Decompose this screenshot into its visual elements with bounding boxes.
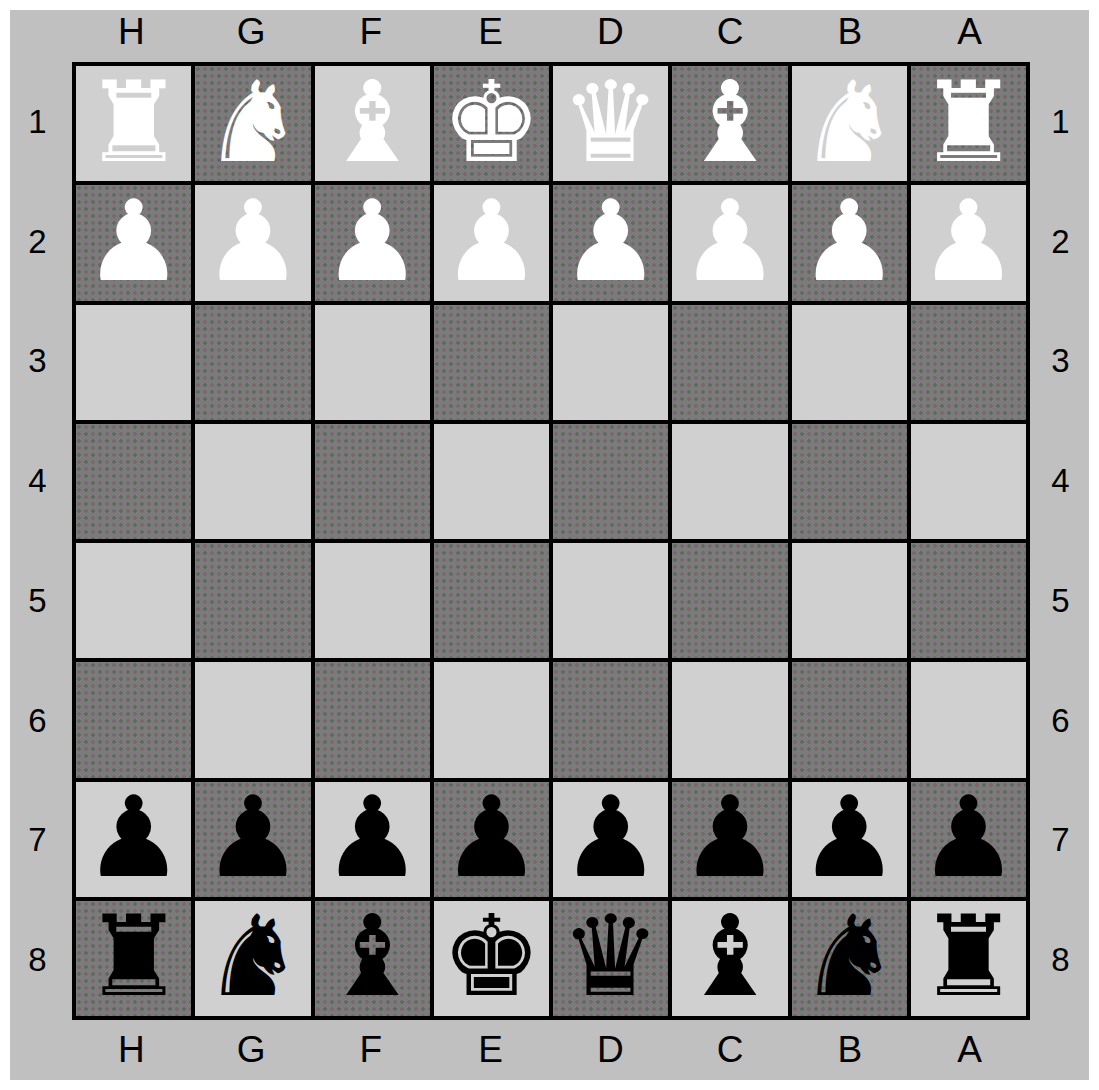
black-bishop: ♝ xyxy=(322,901,422,1013)
black-pawn: ♟ xyxy=(322,782,422,894)
square-b6[interactable] xyxy=(792,662,907,777)
square-f7[interactable]: ♟ xyxy=(315,782,430,897)
square-a4[interactable] xyxy=(911,424,1026,539)
square-f5[interactable] xyxy=(315,543,430,658)
white-pawn: ♟ xyxy=(441,185,541,297)
file-label-d: D xyxy=(551,1024,671,1076)
rank-label-5: 5 xyxy=(8,541,68,661)
white-bishop: ♝ xyxy=(680,66,780,178)
file-label-b: B xyxy=(791,6,911,58)
black-pawn: ♟ xyxy=(441,782,541,894)
white-queen: ♛ xyxy=(560,66,660,178)
file-label-h: H xyxy=(72,1024,192,1076)
square-g8[interactable]: ♞ xyxy=(195,901,310,1016)
rank-label-6: 6 xyxy=(1031,661,1091,781)
square-f6[interactable] xyxy=(315,662,430,777)
square-h2[interactable]: ♟ xyxy=(76,185,191,300)
square-f1[interactable]: ♝ xyxy=(315,66,430,181)
black-pawn: ♟ xyxy=(918,782,1018,894)
square-a3[interactable] xyxy=(911,305,1026,420)
white-rook: ♜ xyxy=(83,66,183,178)
square-d2[interactable]: ♟ xyxy=(553,185,668,300)
square-e5[interactable] xyxy=(434,543,549,658)
square-b1[interactable]: ♞ xyxy=(792,66,907,181)
rank-label-3: 3 xyxy=(1031,302,1091,422)
square-d7[interactable]: ♟ xyxy=(553,782,668,897)
square-h5[interactable] xyxy=(76,543,191,658)
square-h1[interactable]: ♜ xyxy=(76,66,191,181)
file-label-c: C xyxy=(671,1024,791,1076)
white-king: ♚ xyxy=(441,66,541,178)
black-bishop: ♝ xyxy=(680,901,780,1013)
black-pawn: ♟ xyxy=(799,782,899,894)
file-label-e: E xyxy=(431,1024,551,1076)
square-g6[interactable] xyxy=(195,662,310,777)
rank-label-4: 4 xyxy=(8,421,68,541)
square-a5[interactable] xyxy=(911,543,1026,658)
square-g5[interactable] xyxy=(195,543,310,658)
black-king: ♚ xyxy=(441,901,541,1013)
black-pawn: ♟ xyxy=(83,782,183,894)
white-knight: ♞ xyxy=(799,66,899,178)
file-label-e: E xyxy=(431,6,551,58)
file-label-d: D xyxy=(551,6,671,58)
square-h6[interactable] xyxy=(76,662,191,777)
square-e6[interactable] xyxy=(434,662,549,777)
square-c4[interactable] xyxy=(672,424,787,539)
file-label-a: A xyxy=(910,6,1030,58)
white-pawn: ♟ xyxy=(203,185,303,297)
square-d8[interactable]: ♛ xyxy=(553,901,668,1016)
file-label-b: B xyxy=(791,1024,911,1076)
square-e4[interactable] xyxy=(434,424,549,539)
square-c5[interactable] xyxy=(672,543,787,658)
square-d1[interactable]: ♛ xyxy=(553,66,668,181)
black-pawn: ♟ xyxy=(203,782,303,894)
rank-label-7: 7 xyxy=(1031,781,1091,901)
square-e8[interactable]: ♚ xyxy=(434,901,549,1016)
square-c6[interactable] xyxy=(672,662,787,777)
file-label-a: A xyxy=(910,1024,1030,1076)
square-h7[interactable]: ♟ xyxy=(76,782,191,897)
square-b5[interactable] xyxy=(792,543,907,658)
white-rook: ♜ xyxy=(918,66,1018,178)
square-a2[interactable]: ♟ xyxy=(911,185,1026,300)
rank-label-6: 6 xyxy=(8,661,68,781)
white-pawn: ♟ xyxy=(799,185,899,297)
square-a6[interactable] xyxy=(911,662,1026,777)
black-knight: ♞ xyxy=(799,901,899,1013)
rank-label-2: 2 xyxy=(1031,182,1091,302)
square-f8[interactable]: ♝ xyxy=(315,901,430,1016)
square-g7[interactable]: ♟ xyxy=(195,782,310,897)
square-d4[interactable] xyxy=(553,424,668,539)
black-rook: ♜ xyxy=(918,901,1018,1013)
white-knight: ♞ xyxy=(203,66,303,178)
square-a7[interactable]: ♟ xyxy=(911,782,1026,897)
square-h3[interactable] xyxy=(76,305,191,420)
square-c7[interactable]: ♟ xyxy=(672,782,787,897)
file-label-f: F xyxy=(312,1024,432,1076)
square-a8[interactable]: ♜ xyxy=(911,901,1026,1016)
white-pawn: ♟ xyxy=(680,185,780,297)
white-pawn: ♟ xyxy=(918,185,1018,297)
rank-label-5: 5 xyxy=(1031,541,1091,661)
square-c3[interactable] xyxy=(672,305,787,420)
file-label-f: F xyxy=(312,6,432,58)
square-c8[interactable]: ♝ xyxy=(672,901,787,1016)
square-d6[interactable] xyxy=(553,662,668,777)
file-labels-bottom: HGFEDCBA xyxy=(72,1024,1030,1076)
black-pawn: ♟ xyxy=(560,782,660,894)
white-pawn: ♟ xyxy=(322,185,422,297)
square-e1[interactable]: ♚ xyxy=(434,66,549,181)
black-pawn: ♟ xyxy=(680,782,780,894)
file-label-c: C xyxy=(671,6,791,58)
rank-label-3: 3 xyxy=(8,302,68,422)
square-f3[interactable] xyxy=(315,305,430,420)
file-labels-top: HGFEDCBA xyxy=(72,6,1030,58)
square-f4[interactable] xyxy=(315,424,430,539)
square-g4[interactable] xyxy=(195,424,310,539)
square-c2[interactable]: ♟ xyxy=(672,185,787,300)
square-d3[interactable] xyxy=(553,305,668,420)
black-knight: ♞ xyxy=(203,901,303,1013)
file-label-g: G xyxy=(192,6,312,58)
white-pawn: ♟ xyxy=(560,185,660,297)
square-f2[interactable]: ♟ xyxy=(315,185,430,300)
file-label-h: H xyxy=(72,6,192,58)
square-b3[interactable] xyxy=(792,305,907,420)
rank-labels-left: 12345678 xyxy=(8,62,68,1020)
square-c1[interactable]: ♝ xyxy=(672,66,787,181)
rank-label-7: 7 xyxy=(8,781,68,901)
square-d5[interactable] xyxy=(553,543,668,658)
rank-label-2: 2 xyxy=(8,182,68,302)
square-b7[interactable]: ♟ xyxy=(792,782,907,897)
black-rook: ♜ xyxy=(83,901,183,1013)
square-e2[interactable]: ♟ xyxy=(434,185,549,300)
square-b2[interactable]: ♟ xyxy=(792,185,907,300)
square-e3[interactable] xyxy=(434,305,549,420)
rank-label-1: 1 xyxy=(1031,62,1091,182)
square-h8[interactable]: ♜ xyxy=(76,901,191,1016)
square-g1[interactable]: ♞ xyxy=(195,66,310,181)
square-a1[interactable]: ♜ xyxy=(911,66,1026,181)
square-h4[interactable] xyxy=(76,424,191,539)
rank-label-8: 8 xyxy=(1031,900,1091,1020)
square-g3[interactable] xyxy=(195,305,310,420)
rank-labels-right: 12345678 xyxy=(1031,62,1091,1020)
white-bishop: ♝ xyxy=(322,66,422,178)
square-b4[interactable] xyxy=(792,424,907,539)
square-e7[interactable]: ♟ xyxy=(434,782,549,897)
rank-label-8: 8 xyxy=(8,900,68,1020)
rank-label-1: 1 xyxy=(8,62,68,182)
square-g2[interactable]: ♟ xyxy=(195,185,310,300)
white-pawn: ♟ xyxy=(83,185,183,297)
square-b8[interactable]: ♞ xyxy=(792,901,907,1016)
file-label-g: G xyxy=(192,1024,312,1076)
chess-board: ♜♞♝♚♛♝♞♜♟♟♟♟♟♟♟♟♟♟♟♟♟♟♟♟♜♞♝♚♛♝♞♜ xyxy=(72,62,1030,1020)
black-queen: ♛ xyxy=(560,901,660,1013)
rank-label-4: 4 xyxy=(1031,421,1091,541)
